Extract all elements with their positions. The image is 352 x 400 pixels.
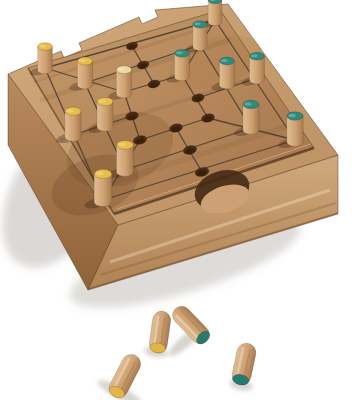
- point-f6[interactable]: [186, 29, 228, 59]
- loose-peg-2[interactable]: [148, 310, 172, 354]
- wooden-morris-game-photo: [0, 0, 352, 400]
- point-b6[interactable]: [66, 65, 108, 95]
- loose-peg-4[interactable]: [230, 341, 257, 386]
- loose-peg-1[interactable]: [106, 351, 144, 400]
- point-b2[interactable]: [112, 149, 154, 179]
- point-f2[interactable]: [232, 113, 274, 143]
